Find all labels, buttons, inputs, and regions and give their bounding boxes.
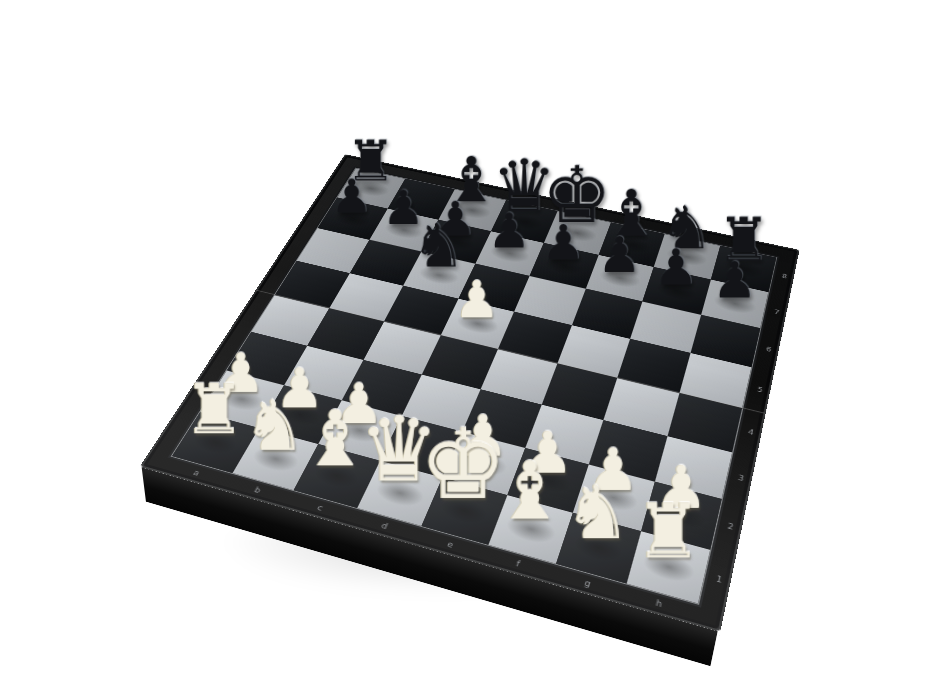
file-label-a: a	[189, 469, 203, 478]
chess-board-surface: ♜♝♛♚♝♞♜♟♟♟♟♟♟♟♟♞♟♟♟♟♟♟♟♟♜♞♝♛♚♝♞♜	[172, 168, 776, 603]
rank-label-2: 2	[726, 523, 734, 533]
scene: ♜♝♛♚♝♞♜♟♟♟♟♟♟♟♟♞♟♟♟♟♟♟♟♟♜♞♝♛♚♝♞♜ abcdefg…	[0, 0, 928, 686]
rank-label-3: 3	[737, 475, 744, 484]
rank-label-5: 5	[756, 387, 763, 395]
product-photo: ♜♝♛♚♝♞♜♟♟♟♟♟♟♟♟♞♟♟♟♟♟♟♟♟♜♞♝♛♚♝♞♜ abcdefg…	[0, 0, 928, 686]
piece-white-knight-b1[interactable]: ♞	[243, 391, 305, 461]
file-label-b: b	[250, 486, 264, 495]
piece-white-rook-h1[interactable]: ♜	[634, 494, 701, 569]
chess-board-frame: ♜♝♛♚♝♞♜♟♟♟♟♟♟♟♟♞♟♟♟♟♟♟♟♟♜♞♝♛♚♝♞♜ abcdefg…	[140, 154, 800, 632]
file-label-f: f	[511, 559, 525, 569]
file-label-c: c	[313, 504, 327, 513]
file-label-g: g	[580, 579, 594, 590]
piece-white-pawn-d5[interactable]: ♟	[454, 274, 500, 325]
piece-black-knight-c6[interactable]: ♞	[412, 216, 466, 276]
square-h1[interactable]: ♜	[626, 531, 710, 604]
rank-label-8: 8	[781, 274, 787, 281]
piece-black-pawn-d7[interactable]: ♟	[487, 207, 530, 255]
piece-white-knight-g1[interactable]: ♞	[565, 475, 632, 549]
piece-black-pawn-g7[interactable]: ♟	[654, 242, 698, 292]
rank-label-1: 1	[715, 575, 723, 586]
rank-label-4: 4	[747, 429, 754, 438]
piece-white-bishop-f1[interactable]: ♝	[494, 451, 566, 531]
square-h6[interactable]	[690, 315, 760, 367]
piece-white-rook-a1[interactable]: ♜	[184, 375, 246, 444]
rank-label-6: 6	[765, 347, 772, 355]
rank-label-7: 7	[773, 309, 779, 316]
piece-black-pawn-e7[interactable]: ♟	[542, 218, 586, 267]
square-g6[interactable]	[630, 302, 700, 353]
piece-black-pawn-h7[interactable]: ♟	[712, 255, 757, 305]
piece-black-pawn-a7[interactable]: ♟	[331, 173, 373, 220]
file-label-e: e	[443, 540, 457, 550]
piece-black-pawn-f7[interactable]: ♟	[597, 230, 641, 279]
file-label-h: h	[652, 599, 666, 610]
file-label-d: d	[377, 522, 391, 532]
